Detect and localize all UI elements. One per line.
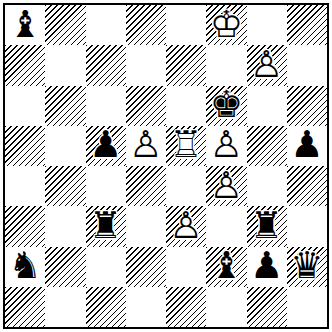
square-f2: ♝♝: [206, 247, 246, 287]
piece-glyph: ♟: [250, 247, 283, 284]
square-g2: ♟♟: [247, 247, 287, 287]
piece-glyph: ♚: [210, 86, 243, 123]
white-pawn-g7: ♟♙: [247, 45, 287, 85]
square-e5: ♜♖: [166, 126, 206, 166]
white-rook-e5: ♜♖: [166, 126, 206, 166]
square-h8: [287, 5, 327, 45]
square-a3: [5, 206, 45, 246]
white-pawn-d5: ♟♙: [126, 126, 166, 166]
square-e6: [166, 86, 206, 126]
square-c2: [86, 247, 126, 287]
white-pawn-f4: ♟♙: [206, 166, 246, 206]
square-g1: [247, 287, 287, 327]
black-pawn-c5: ♟♟: [86, 126, 126, 166]
piece-glyph: ♞: [9, 247, 42, 284]
square-d8: [126, 5, 166, 45]
square-f3: [206, 206, 246, 246]
piece-glyph: ♜: [250, 207, 283, 244]
square-b4: [45, 166, 85, 206]
square-h1: [287, 287, 327, 327]
square-c6: [86, 86, 126, 126]
piece-glyph: ♝: [9, 6, 42, 43]
black-pawn-h5: ♟♟: [287, 126, 327, 166]
square-f5: ♟♙: [206, 126, 246, 166]
piece-glyph: ♛: [290, 247, 323, 284]
square-g5: [247, 126, 287, 166]
piece-glyph: ♙: [250, 46, 283, 83]
piece-glyph: ♙: [129, 126, 162, 163]
square-a2: ♞♞: [5, 247, 45, 287]
piece-glyph: ♟: [290, 126, 323, 163]
black-rook-c3: ♜♜: [86, 206, 126, 246]
square-c3: ♜♜: [86, 206, 126, 246]
square-a6: [5, 86, 45, 126]
piece-glyph: ♝: [210, 247, 243, 284]
square-b5: [45, 126, 85, 166]
square-b2: [45, 247, 85, 287]
square-d4: [126, 166, 166, 206]
square-d3: [126, 206, 166, 246]
white-pawn-e3: ♟♙: [166, 206, 206, 246]
square-a8: ♝♝: [5, 5, 45, 45]
black-king-f6: ♚♚: [206, 86, 246, 126]
square-e1: [166, 287, 206, 327]
square-c1: [86, 287, 126, 327]
square-d5: ♟♙: [126, 126, 166, 166]
square-f7: [206, 45, 246, 85]
square-h3: [287, 206, 327, 246]
piece-glyph: ♟: [89, 126, 122, 163]
black-bishop-f2: ♝♝: [206, 247, 246, 287]
chess-board-frame: ♝♝♚♔♟♙♚♚♟♟♟♙♜♖♟♙♟♟♟♙♜♜♟♙♜♜♞♞♝♝♟♟♛♛: [3, 3, 329, 329]
square-e8: [166, 5, 206, 45]
square-a7: [5, 45, 45, 85]
square-g4: [247, 166, 287, 206]
square-d7: [126, 45, 166, 85]
square-g3: ♜♜: [247, 206, 287, 246]
square-h7: [287, 45, 327, 85]
square-b6: [45, 86, 85, 126]
square-e3: ♟♙: [166, 206, 206, 246]
square-h4: [287, 166, 327, 206]
square-b8: [45, 5, 85, 45]
chess-board: ♝♝♚♔♟♙♚♚♟♟♟♙♜♖♟♙♟♟♟♙♜♜♟♙♜♜♞♞♝♝♟♟♛♛: [5, 5, 327, 327]
square-c7: [86, 45, 126, 85]
square-g8: [247, 5, 287, 45]
piece-glyph: ♜: [89, 207, 122, 244]
piece-glyph: ♙: [210, 167, 243, 204]
square-g6: [247, 86, 287, 126]
square-e2: [166, 247, 206, 287]
square-c5: ♟♟: [86, 126, 126, 166]
white-pawn-f5: ♟♙: [206, 126, 246, 166]
square-a4: [5, 166, 45, 206]
black-bishop-a8: ♝♝: [5, 5, 45, 45]
square-e4: [166, 166, 206, 206]
square-h6: [287, 86, 327, 126]
white-king-f8: ♚♔: [206, 5, 246, 45]
square-d1: [126, 287, 166, 327]
black-rook-g3: ♜♜: [247, 206, 287, 246]
black-knight-a2: ♞♞: [5, 247, 45, 287]
square-b1: [45, 287, 85, 327]
piece-glyph: ♙: [210, 126, 243, 163]
square-a1: [5, 287, 45, 327]
square-b7: [45, 45, 85, 85]
black-queen-h2: ♛♛: [287, 247, 327, 287]
square-d6: [126, 86, 166, 126]
square-f8: ♚♔: [206, 5, 246, 45]
square-g7: ♟♙: [247, 45, 287, 85]
piece-glyph: ♖: [170, 126, 203, 163]
piece-glyph: ♙: [170, 207, 203, 244]
square-f4: ♟♙: [206, 166, 246, 206]
square-h2: ♛♛: [287, 247, 327, 287]
square-f6: ♚♚: [206, 86, 246, 126]
square-b3: [45, 206, 85, 246]
square-c8: [86, 5, 126, 45]
square-d2: [126, 247, 166, 287]
piece-glyph: ♔: [210, 6, 243, 43]
square-h5: ♟♟: [287, 126, 327, 166]
square-c4: [86, 166, 126, 206]
square-f1: [206, 287, 246, 327]
square-e7: [166, 45, 206, 85]
black-pawn-g2: ♟♟: [247, 247, 287, 287]
square-a5: [5, 126, 45, 166]
